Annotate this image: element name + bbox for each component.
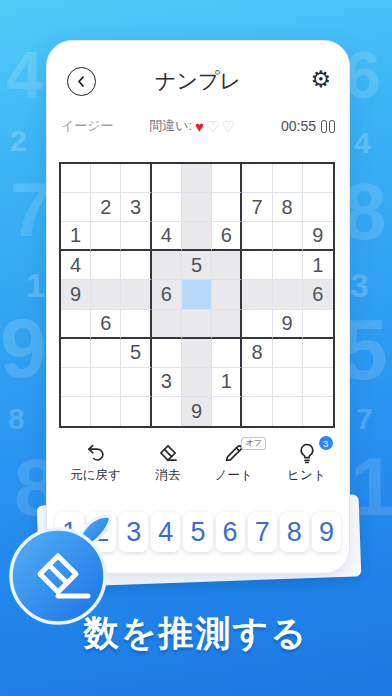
sudoku-cell-r2c9[interactable] — [303, 193, 333, 222]
note-button[interactable]: オフ ノート — [215, 441, 253, 487]
sudoku-cell-r3c1[interactable]: 1 — [61, 222, 91, 251]
sudoku-cell-r5c7[interactable] — [242, 280, 272, 309]
sudoku-cell-r9c4[interactable] — [152, 397, 182, 426]
sudoku-cell-r9c2[interactable] — [91, 397, 121, 426]
undo-icon — [84, 441, 108, 465]
timer: 00:55 — [281, 118, 316, 134]
note-label: ノート — [215, 467, 253, 484]
watermark-digit: 7 — [356, 404, 373, 434]
sudoku-cell-r6c6[interactable] — [212, 310, 242, 339]
hearts-icons: ♥♡♡ — [195, 119, 235, 134]
sudoku-cell-r2c5[interactable] — [182, 193, 212, 222]
sudoku-cell-r6c1[interactable] — [61, 310, 91, 339]
numpad-key-7[interactable]: 7 — [248, 512, 277, 552]
sudoku-cell-r2c1[interactable] — [61, 193, 91, 222]
watermark-digit: 2 — [10, 126, 27, 156]
pause-icon[interactable] — [321, 120, 335, 133]
note-off-badge: オフ — [241, 437, 265, 450]
sudoku-cell-r4c2[interactable] — [91, 251, 121, 280]
sudoku-cell-r6c3[interactable] — [121, 310, 151, 339]
heart-filled-icon: ♥ — [195, 119, 204, 134]
sudoku-cell-r2c6[interactable] — [212, 193, 242, 222]
sudoku-cell-r1c2[interactable] — [91, 164, 121, 193]
numpad-key-9[interactable]: 9 — [312, 512, 341, 552]
sudoku-cell-r2c7[interactable]: 7 — [242, 193, 272, 222]
numpad-key-6[interactable]: 6 — [216, 512, 245, 552]
undo-label: 元に戻す — [70, 467, 121, 484]
erase-label: 消去 — [155, 467, 180, 484]
sudoku-cell-r9c1[interactable] — [61, 397, 91, 426]
sudoku-cell-r9c6[interactable] — [212, 397, 242, 426]
sudoku-cell-r6c8[interactable]: 9 — [273, 310, 303, 339]
sudoku-grid: 237814694519666958319 — [59, 162, 335, 428]
sudoku-cell-r2c4[interactable] — [152, 193, 182, 222]
sudoku-cell-r7c7[interactable]: 8 — [242, 339, 272, 368]
sudoku-cell-r2c8[interactable]: 8 — [273, 193, 303, 222]
sudoku-cell-r5c9[interactable]: 6 — [303, 280, 333, 309]
sudoku-cell-r7c2[interactable] — [91, 339, 121, 368]
numpad-key-4[interactable]: 4 — [151, 512, 180, 552]
status-row: イージー 間違い: ♥♡♡ 00:55 — [61, 115, 335, 137]
hint-label: ヒント — [287, 467, 325, 484]
sudoku-cell-r9c9[interactable] — [303, 397, 333, 426]
sudoku-cell-r3c2[interactable] — [91, 222, 121, 251]
sudoku-cell-r1c4[interactable] — [152, 164, 182, 193]
sudoku-cell-r3c3[interactable] — [121, 222, 151, 251]
sudoku-cell-r9c3[interactable] — [121, 397, 151, 426]
tutorial-bubble — [2, 512, 122, 632]
numpad-key-3[interactable]: 3 — [119, 512, 148, 552]
watermark-digit: 8 — [8, 404, 25, 434]
sudoku-cell-r9c5[interactable]: 9 — [182, 397, 212, 426]
heart-empty-icon: ♡ — [221, 119, 234, 134]
sudoku-cell-r5c1[interactable]: 9 — [61, 280, 91, 309]
sudoku-cell-r3c8[interactable] — [273, 222, 303, 251]
numpad-key-8[interactable]: 8 — [280, 512, 309, 552]
toolbar: 元に戻す 消去 オフ ノート 3 ヒント — [53, 441, 343, 487]
sudoku-cell-r8c1[interactable] — [61, 368, 91, 397]
watermark-digit: 9 — [0, 306, 47, 390]
difficulty-label: イージー — [61, 117, 133, 135]
sudoku-cell-r9c8[interactable] — [273, 397, 303, 426]
sudoku-cell-r3c6[interactable]: 6 — [212, 222, 242, 251]
sudoku-cell-r8c4[interactable]: 3 — [152, 368, 182, 397]
sudoku-cell-r4c4[interactable] — [152, 251, 182, 280]
erase-button[interactable]: 消去 — [155, 441, 180, 487]
sudoku-cell-r4c7[interactable] — [242, 251, 272, 280]
sudoku-cell-r3c7[interactable] — [242, 222, 272, 251]
sudoku-cell-r6c5[interactable] — [182, 310, 212, 339]
sudoku-cell-r4c9[interactable]: 1 — [303, 251, 333, 280]
sudoku-cell-r1c8[interactable] — [273, 164, 303, 193]
sudoku-cell-r8c3[interactable] — [121, 368, 151, 397]
sudoku-cell-r2c2[interactable]: 2 — [91, 193, 121, 222]
heart-empty-icon: ♡ — [206, 119, 219, 134]
sudoku-cell-r3c9[interactable]: 9 — [303, 222, 333, 251]
eraser-icon — [156, 441, 180, 465]
sudoku-cell-r3c4[interactable]: 4 — [152, 222, 182, 251]
sudoku-cell-r1c1[interactable] — [61, 164, 91, 193]
sudoku-cell-r8c7[interactable] — [242, 368, 272, 397]
sudoku-cell-r6c4[interactable] — [152, 310, 182, 339]
sudoku-cell-r6c9[interactable] — [303, 310, 333, 339]
sudoku-cell-r4c3[interactable] — [121, 251, 151, 280]
sudoku-cell-r8c5[interactable] — [182, 368, 212, 397]
watermark-digit: 1 — [26, 268, 45, 302]
sudoku-cell-r5c6[interactable] — [212, 280, 242, 309]
sudoku-cell-r7c4[interactable] — [152, 339, 182, 368]
sudoku-cell-r1c9[interactable] — [303, 164, 333, 193]
sudoku-cell-r4c5[interactable]: 5 — [182, 251, 212, 280]
sudoku-cell-r2c3[interactable]: 3 — [121, 193, 151, 222]
sudoku-cell-r5c5[interactable] — [182, 280, 212, 309]
sudoku-cell-r8c9[interactable] — [303, 368, 333, 397]
watermark-digit: 4 — [6, 42, 43, 108]
sudoku-cell-r7c8[interactable] — [273, 339, 303, 368]
sudoku-cell-r4c6[interactable] — [212, 251, 242, 280]
sudoku-cell-r7c5[interactable] — [182, 339, 212, 368]
sudoku-cell-r6c2[interactable]: 6 — [91, 310, 121, 339]
page-title: ナンプレ — [47, 67, 349, 95]
sudoku-cell-r9c7[interactable] — [242, 397, 272, 426]
sudoku-cell-r3c5[interactable] — [182, 222, 212, 251]
sudoku-cell-r7c6[interactable] — [212, 339, 242, 368]
watermark-digit: 4 — [354, 128, 371, 158]
sudoku-cell-r1c7[interactable] — [242, 164, 272, 193]
sudoku-cell-r4c1[interactable]: 4 — [61, 251, 91, 280]
sudoku-cell-r4c8[interactable] — [273, 251, 303, 280]
sudoku-cell-r6c7[interactable] — [242, 310, 272, 339]
numpad-key-5[interactable]: 5 — [183, 512, 212, 552]
undo-button[interactable]: 元に戻す — [70, 441, 121, 487]
sudoku-cell-r7c9[interactable] — [303, 339, 333, 368]
sudoku-cell-r5c3[interactable] — [121, 280, 151, 309]
lightbulb-icon — [295, 441, 319, 465]
header: ナンプレ ⚙ — [47, 63, 349, 103]
app-screen: 46271988483571 ナンプレ ⚙ イージー 間違い: ♥♡♡ 00:5… — [0, 0, 392, 696]
sudoku-cell-r7c1[interactable] — [61, 339, 91, 368]
sudoku-cell-r5c8[interactable] — [273, 280, 303, 309]
watermark-digit: 3 — [350, 268, 369, 302]
sudoku-cell-r5c2[interactable] — [91, 280, 121, 309]
sudoku-cell-r1c5[interactable] — [182, 164, 212, 193]
sudoku-cell-r1c3[interactable] — [121, 164, 151, 193]
game-card: ナンプレ ⚙ イージー 間違い: ♥♡♡ 00:55 2378146945196… — [46, 40, 350, 574]
sudoku-cell-r8c8[interactable] — [273, 368, 303, 397]
sudoku-cell-r7c3[interactable]: 5 — [121, 339, 151, 368]
settings-gear-icon[interactable]: ⚙ — [310, 64, 331, 95]
hint-button[interactable]: 3 ヒント — [287, 441, 325, 487]
sudoku-cell-r8c6[interactable]: 1 — [212, 368, 242, 397]
mistakes-indicator: 間違い: ♥♡♡ — [133, 117, 251, 135]
hint-count-badge: 3 — [319, 436, 333, 450]
sudoku-cell-r5c4[interactable]: 6 — [152, 280, 182, 309]
mistakes-label: 間違い: — [149, 117, 192, 135]
sudoku-cell-r1c6[interactable] — [212, 164, 242, 193]
sudoku-cell-r8c2[interactable] — [91, 368, 121, 397]
